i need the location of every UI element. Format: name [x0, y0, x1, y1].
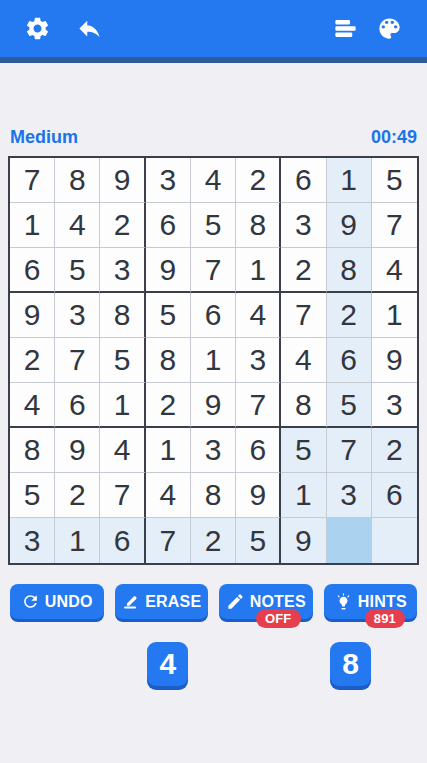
- hint-bulb-icon: [334, 592, 353, 611]
- undo-button[interactable]: UNDO: [10, 584, 104, 619]
- cell-r8c4[interactable]: 4: [146, 473, 191, 518]
- cell-r8c3[interactable]: 7: [100, 473, 145, 518]
- cell-r7c3[interactable]: 4: [100, 428, 145, 473]
- cell-r5c3[interactable]: 5: [100, 338, 145, 383]
- timer: 00:49: [371, 127, 417, 148]
- cell-r1c1[interactable]: 7: [10, 158, 55, 203]
- cell-r9c5[interactable]: 2: [191, 518, 236, 563]
- undo-label: UNDO: [45, 593, 93, 611]
- cell-r4c7[interactable]: 7: [281, 293, 326, 338]
- cell-r9c4[interactable]: 7: [146, 518, 191, 563]
- cell-r7c4[interactable]: 1: [146, 428, 191, 473]
- cell-r4c5[interactable]: 6: [191, 293, 236, 338]
- cell-r9c7[interactable]: 9: [281, 518, 326, 563]
- cell-r3c5[interactable]: 7: [191, 248, 236, 293]
- cell-r7c8[interactable]: 7: [327, 428, 372, 473]
- cell-r8c9[interactable]: 6: [372, 473, 417, 518]
- cell-r7c6[interactable]: 6: [236, 428, 281, 473]
- cell-r2c5[interactable]: 5: [191, 203, 236, 248]
- cell-r6c8[interactable]: 5: [327, 383, 372, 428]
- notes-off-badge: OFF: [256, 609, 301, 628]
- app-bar: [0, 0, 427, 57]
- cell-r2c6[interactable]: 8: [236, 203, 281, 248]
- cell-r2c8[interactable]: 9: [327, 203, 372, 248]
- cell-r1c8[interactable]: 1: [327, 158, 372, 203]
- cell-r2c7[interactable]: 3: [281, 203, 326, 248]
- settings-gear-icon[interactable]: [24, 15, 51, 42]
- cell-r3c3[interactable]: 3: [100, 248, 145, 293]
- cell-r9c3[interactable]: 6: [100, 518, 145, 563]
- undo-icon: [21, 592, 40, 611]
- cell-r6c4[interactable]: 2: [146, 383, 191, 428]
- cell-r6c7[interactable]: 8: [281, 383, 326, 428]
- cell-r4c9[interactable]: 1: [372, 293, 417, 338]
- cell-r7c2[interactable]: 9: [55, 428, 100, 473]
- cell-r4c4[interactable]: 5: [146, 293, 191, 338]
- sudoku-board: 7893426151426583976539712849385647212758…: [8, 156, 419, 565]
- cell-r5c1[interactable]: 2: [10, 338, 55, 383]
- cell-r5c2[interactable]: 7: [55, 338, 100, 383]
- cell-r5c9[interactable]: 9: [372, 338, 417, 383]
- appbar-shadow-strip: [0, 57, 427, 63]
- cell-r3c2[interactable]: 5: [55, 248, 100, 293]
- cell-r8c2[interactable]: 2: [55, 473, 100, 518]
- cell-r7c7[interactable]: 5: [281, 428, 326, 473]
- cell-r1c5[interactable]: 4: [191, 158, 236, 203]
- cell-r4c3[interactable]: 8: [100, 293, 145, 338]
- stats-bars-icon[interactable]: [332, 15, 359, 42]
- cell-r8c1[interactable]: 5: [10, 473, 55, 518]
- cell-r4c8[interactable]: 2: [327, 293, 372, 338]
- cell-r9c9[interactable]: [372, 518, 417, 563]
- cell-r3c7[interactable]: 2: [281, 248, 326, 293]
- cell-r6c2[interactable]: 6: [55, 383, 100, 428]
- cell-r1c3[interactable]: 9: [100, 158, 145, 203]
- notes-button[interactable]: NOTES OFF: [219, 584, 313, 619]
- hints-button[interactable]: HINTS 891: [324, 584, 418, 619]
- cell-r8c6[interactable]: 9: [236, 473, 281, 518]
- erase-button[interactable]: ERASE: [115, 584, 209, 619]
- cell-r5c5[interactable]: 1: [191, 338, 236, 383]
- status-row: Medium 00:49: [10, 127, 417, 148]
- cell-r5c8[interactable]: 6: [327, 338, 372, 383]
- cell-r5c6[interactable]: 3: [236, 338, 281, 383]
- hints-label: HINTS: [358, 593, 407, 611]
- cell-r2c2[interactable]: 4: [55, 203, 100, 248]
- numpad-8-button[interactable]: 8: [330, 642, 371, 686]
- palette-icon[interactable]: [376, 15, 403, 42]
- cell-r5c4[interactable]: 8: [146, 338, 191, 383]
- cell-r1c4[interactable]: 3: [146, 158, 191, 203]
- back-arrow-icon[interactable]: [76, 15, 103, 42]
- difficulty-label: Medium: [10, 127, 78, 148]
- cell-r9c1[interactable]: 3: [10, 518, 55, 563]
- hints-count-badge: 891: [365, 609, 405, 628]
- cell-r3c1[interactable]: 6: [10, 248, 55, 293]
- cell-r7c5[interactable]: 3: [191, 428, 236, 473]
- cell-r1c6[interactable]: 2: [236, 158, 281, 203]
- cell-r6c3[interactable]: 1: [100, 383, 145, 428]
- cell-r4c1[interactable]: 9: [10, 293, 55, 338]
- notes-label: NOTES: [250, 593, 306, 611]
- cell-r8c5[interactable]: 8: [191, 473, 236, 518]
- cell-r3c6[interactable]: 1: [236, 248, 281, 293]
- number-pad: 48: [8, 642, 419, 692]
- cell-r1c7[interactable]: 6: [281, 158, 326, 203]
- cell-r8c8[interactable]: 3: [327, 473, 372, 518]
- cell-r9c6[interactable]: 5: [236, 518, 281, 563]
- cell-r3c4[interactable]: 9: [146, 248, 191, 293]
- cell-r7c1[interactable]: 8: [10, 428, 55, 473]
- cell-r8c7[interactable]: 1: [281, 473, 326, 518]
- cell-r2c1[interactable]: 1: [10, 203, 55, 248]
- erase-icon: [121, 592, 140, 611]
- cell-r4c2[interactable]: 3: [55, 293, 100, 338]
- cell-r4c6[interactable]: 4: [236, 293, 281, 338]
- cell-r7c9[interactable]: 2: [372, 428, 417, 473]
- toolbar: UNDO ERASE NOTES OFF HINTS 891: [10, 584, 417, 619]
- cell-r6c6[interactable]: 7: [236, 383, 281, 428]
- cell-r6c9[interactable]: 3: [372, 383, 417, 428]
- numpad-4-button[interactable]: 4: [147, 642, 188, 686]
- cell-r2c4[interactable]: 6: [146, 203, 191, 248]
- cell-r9c8[interactable]: [327, 518, 372, 563]
- cell-r1c2[interactable]: 8: [55, 158, 100, 203]
- cell-r1c9[interactable]: 5: [372, 158, 417, 203]
- cell-r3c8[interactable]: 8: [327, 248, 372, 293]
- cell-r5c7[interactable]: 4: [281, 338, 326, 383]
- erase-label: ERASE: [145, 593, 201, 611]
- cell-r2c9[interactable]: 7: [372, 203, 417, 248]
- cell-r9c2[interactable]: 1: [55, 518, 100, 563]
- cell-r6c1[interactable]: 4: [10, 383, 55, 428]
- notes-pencil-icon: [226, 592, 245, 611]
- cell-r3c9[interactable]: 4: [372, 248, 417, 293]
- cell-r2c3[interactable]: 2: [100, 203, 145, 248]
- cell-r6c5[interactable]: 9: [191, 383, 236, 428]
